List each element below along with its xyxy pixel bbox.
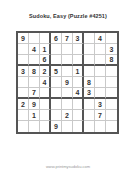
cell-r8c1[interactable] <box>18 110 29 121</box>
cell-r3c2[interactable] <box>29 55 40 66</box>
cell-r3c8[interactable] <box>95 55 106 66</box>
cell-r8c9[interactable] <box>106 110 117 121</box>
cell-r1c1[interactable]: 9 <box>18 33 29 44</box>
cell-r6c3[interactable] <box>40 88 51 99</box>
cell-r7c3[interactable] <box>40 99 51 110</box>
cell-r7c1[interactable]: 2 <box>18 99 29 110</box>
cell-r9c2[interactable] <box>29 121 40 132</box>
cell-r5c6[interactable] <box>73 77 84 88</box>
cell-r8c7[interactable] <box>84 110 95 121</box>
cell-r1c2[interactable] <box>29 33 40 44</box>
cell-r1c9[interactable] <box>106 33 117 44</box>
cell-r5c7[interactable]: 8 <box>84 77 95 88</box>
sudoku-sheet: Sudoku, Easy (Puzzle #4251) 967344136838… <box>0 0 136 176</box>
cell-r5c1[interactable] <box>18 77 29 88</box>
cell-r4c5[interactable] <box>62 66 73 77</box>
cell-r6c2[interactable]: 7 <box>29 88 40 99</box>
cell-r7c4[interactable] <box>51 99 62 110</box>
cell-r7c5[interactable] <box>62 99 73 110</box>
cell-r9c1[interactable] <box>18 121 29 132</box>
cell-r1c4[interactable]: 6 <box>51 33 62 44</box>
cell-r9c3[interactable] <box>40 121 51 132</box>
cell-r5c3[interactable]: 4 <box>40 77 51 88</box>
cell-r1c8[interactable]: 4 <box>95 33 106 44</box>
cell-r8c5[interactable]: 2 <box>62 110 73 121</box>
cell-r1c7[interactable] <box>84 33 95 44</box>
cell-r4c3[interactable]: 2 <box>40 66 51 77</box>
cell-r9c5[interactable] <box>62 121 73 132</box>
cell-r4c1[interactable]: 3 <box>18 66 29 77</box>
cell-r5c2[interactable] <box>29 77 40 88</box>
cell-r7c8[interactable]: 3 <box>95 99 106 110</box>
cell-r3c6[interactable] <box>73 55 84 66</box>
cell-r2c6[interactable] <box>73 44 84 55</box>
cell-r1c6[interactable]: 3 <box>73 33 84 44</box>
cell-r9c7[interactable] <box>84 121 95 132</box>
cell-r4c4[interactable]: 5 <box>51 66 62 77</box>
cell-r2c4[interactable] <box>51 44 62 55</box>
puzzle-title: Sudoku, Easy (Puzzle #4251) <box>0 12 136 21</box>
cell-r6c5[interactable] <box>62 88 73 99</box>
cell-r7c7[interactable] <box>84 99 95 110</box>
cell-r4c9[interactable] <box>106 66 117 77</box>
cell-r2c3[interactable]: 1 <box>40 44 51 55</box>
cell-r2c2[interactable]: 4 <box>29 44 40 55</box>
cell-r2c7[interactable] <box>84 44 95 55</box>
cell-r4c8[interactable] <box>95 66 106 77</box>
cell-r3c1[interactable] <box>18 55 29 66</box>
cell-r8c2[interactable]: 1 <box>29 110 40 121</box>
sudoku-board: 9673441368382514987432931279 <box>16 31 119 134</box>
cell-r5c8[interactable] <box>95 77 106 88</box>
cell-r8c6[interactable] <box>73 110 84 121</box>
cell-r2c8[interactable] <box>95 44 106 55</box>
cell-r9c8[interactable] <box>95 121 106 132</box>
cell-r4c7[interactable] <box>84 66 95 77</box>
cell-r6c1[interactable] <box>18 88 29 99</box>
cell-r9c4[interactable]: 9 <box>51 121 62 132</box>
cell-r6c9[interactable] <box>106 88 117 99</box>
cell-r6c4[interactable] <box>51 88 62 99</box>
cell-r3c7[interactable] <box>84 55 95 66</box>
cell-r7c6[interactable] <box>73 99 84 110</box>
cell-r3c5[interactable] <box>62 55 73 66</box>
cell-r7c9[interactable] <box>106 99 117 110</box>
cell-r6c8[interactable] <box>95 88 106 99</box>
cell-r8c8[interactable]: 7 <box>95 110 106 121</box>
cell-r5c5[interactable]: 9 <box>62 77 73 88</box>
cell-r2c1[interactable] <box>18 44 29 55</box>
cell-r2c9[interactable]: 3 <box>106 44 117 55</box>
footer-url: www.printmysudoku.com <box>0 164 136 170</box>
cell-r9c9[interactable] <box>106 121 117 132</box>
cell-r4c2[interactable]: 8 <box>29 66 40 77</box>
cell-r7c2[interactable]: 9 <box>29 99 40 110</box>
cell-r1c3[interactable] <box>40 33 51 44</box>
cell-r3c3[interactable]: 6 <box>40 55 51 66</box>
cell-r3c4[interactable] <box>51 55 62 66</box>
cell-r8c3[interactable] <box>40 110 51 121</box>
cell-r9c6[interactable] <box>73 121 84 132</box>
cell-r1c5[interactable]: 7 <box>62 33 73 44</box>
cell-r5c4[interactable] <box>51 77 62 88</box>
cell-r6c6[interactable]: 4 <box>73 88 84 99</box>
cell-r5c9[interactable] <box>106 77 117 88</box>
cell-r6c7[interactable]: 3 <box>84 88 95 99</box>
cell-r3c9[interactable]: 8 <box>106 55 117 66</box>
cell-r8c4[interactable] <box>51 110 62 121</box>
cell-r2c5[interactable] <box>62 44 73 55</box>
cell-r4c6[interactable]: 1 <box>73 66 84 77</box>
